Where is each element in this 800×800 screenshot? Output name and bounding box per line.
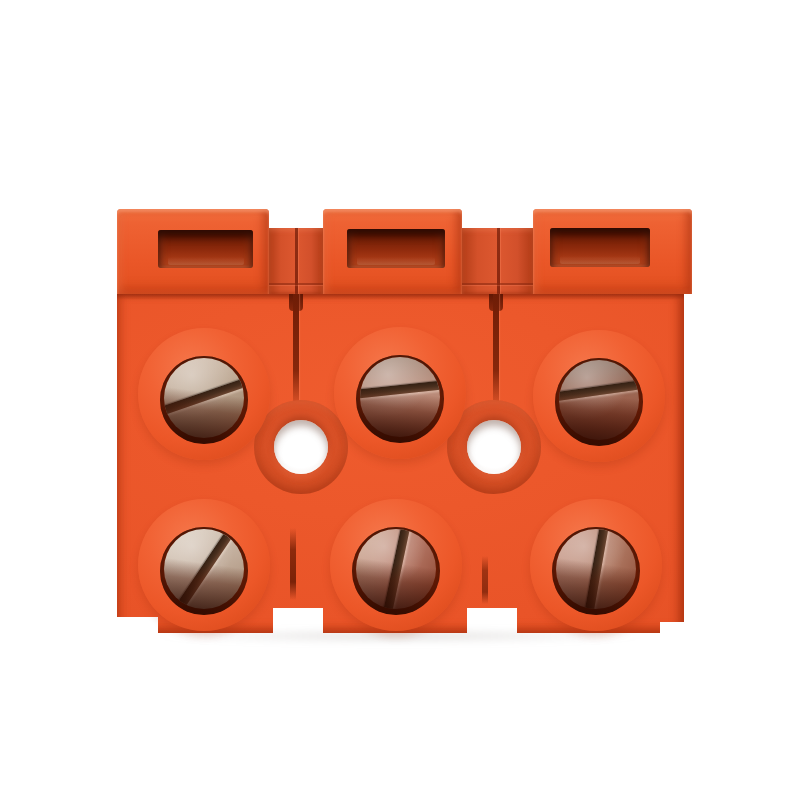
terminal-row2-col3 xyxy=(530,499,662,631)
hole-shadow xyxy=(160,527,248,615)
hole-shadow xyxy=(555,358,643,446)
terminal-row1-col3 xyxy=(533,330,665,462)
wire-entry-opening-1 xyxy=(158,230,253,268)
housing-gap-2 xyxy=(462,228,533,294)
entry-housing-2 xyxy=(323,209,462,294)
groove-top-2 xyxy=(493,294,499,412)
photo-canvas xyxy=(0,0,800,800)
mould-seam-horizontal-1 xyxy=(269,283,323,285)
opening-floor-2 xyxy=(357,257,435,265)
mounting-hole-right xyxy=(467,420,521,474)
entry-housing-1 xyxy=(117,209,269,294)
hole-shadow xyxy=(160,356,248,444)
screw-hole-row2-col2 xyxy=(352,527,440,615)
mounting-hole-left xyxy=(274,420,328,474)
hole-shadow xyxy=(352,527,440,615)
opening-floor-1 xyxy=(168,257,244,265)
screw-hole-row1-col1 xyxy=(160,356,248,444)
screw-hole-row1-col3 xyxy=(555,358,643,446)
wire-entry-opening-2 xyxy=(347,229,445,268)
groove-top-1 xyxy=(293,294,299,412)
terminal-row1-col1 xyxy=(138,328,270,460)
groove-bottom-2 xyxy=(482,556,488,604)
terminal-row2-col2 xyxy=(330,499,462,631)
body-top-shade xyxy=(117,294,684,300)
hole-shadow xyxy=(552,527,640,615)
groove-bottom-1 xyxy=(290,528,296,600)
screw-hole-row2-col1 xyxy=(160,527,248,615)
wire-entry-opening-3 xyxy=(550,228,650,267)
screw-hole-row2-col3 xyxy=(552,527,640,615)
opening-floor-3 xyxy=(560,256,640,264)
hole-shadow xyxy=(356,355,444,443)
terminal-row2-col1 xyxy=(138,499,270,631)
terminal-row1-col2 xyxy=(334,327,466,459)
screw-hole-row1-col2 xyxy=(356,355,444,443)
housing-gap-1 xyxy=(269,228,323,294)
entry-housing-3 xyxy=(533,209,692,294)
mould-seam-horizontal-2 xyxy=(462,283,533,285)
